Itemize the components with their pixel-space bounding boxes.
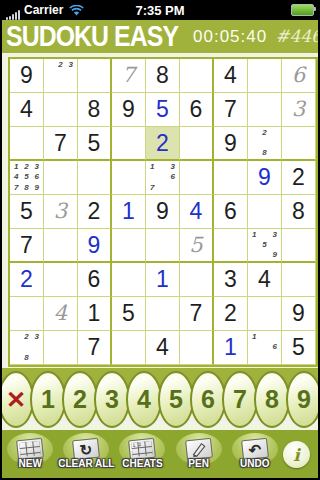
- clock-label: 7:35 PM: [2, 3, 318, 18]
- cell-value-cheat: 4: [54, 303, 67, 324]
- cell-r8c8[interactable]: [248, 297, 282, 331]
- cell-r3c1[interactable]: [10, 127, 44, 161]
- sudoku-board: 9237846489567375292812345678913679253219…: [8, 57, 318, 367]
- cell-r6c1[interactable]: 7: [10, 229, 44, 263]
- cell-r2c5[interactable]: 5: [146, 93, 180, 127]
- app-header: SUDOKU EASY 00:05:40 #446: [2, 20, 318, 54]
- cell-value-given: 5: [122, 302, 135, 325]
- cell-r2c1[interactable]: 4: [10, 93, 44, 127]
- cell-r6c7[interactable]: [214, 229, 248, 263]
- cell-value-given: 6: [224, 200, 237, 223]
- cell-r1c1[interactable]: 9: [10, 59, 44, 93]
- cell-r5c5[interactable]: 9: [146, 195, 180, 229]
- cell-value-given: 8: [88, 98, 101, 121]
- cell-value-given: 8: [292, 200, 305, 223]
- cell-r1c9[interactable]: 6: [282, 59, 316, 93]
- cell-r1c6[interactable]: [180, 59, 214, 93]
- info-button[interactable]: i: [283, 441, 310, 468]
- cell-r3c8[interactable]: 28: [248, 127, 282, 161]
- cell-r2c3[interactable]: 8: [78, 93, 112, 127]
- cell-r3c2[interactable]: 7: [44, 127, 78, 161]
- cell-r5c9[interactable]: 8: [282, 195, 316, 229]
- numpad-5-button[interactable]: 5: [158, 371, 194, 428]
- page-shape: 12: [128, 438, 156, 461]
- cell-r7c4[interactable]: [112, 263, 146, 297]
- cell-value-given: 9: [292, 302, 305, 325]
- cell-r5c7[interactable]: 6: [214, 195, 248, 229]
- cell-value-cheat: 3: [292, 99, 305, 120]
- undo-arrow-icon-glyph: ↶: [248, 441, 262, 457]
- cell-value-given: 7: [20, 234, 33, 257]
- cell-r9c2[interactable]: [44, 331, 78, 365]
- cell-value-cheat: 5: [189, 235, 202, 256]
- page-shape: ↶: [241, 438, 269, 461]
- cell-r8c7[interactable]: 2: [214, 297, 248, 331]
- cell-r8c5[interactable]: [146, 297, 180, 331]
- cell-value-user: 4: [190, 200, 203, 223]
- cell-r9c8[interactable]: 16: [248, 331, 282, 365]
- cell-r9c6[interactable]: [180, 331, 214, 365]
- tiny-digits: 12: [133, 441, 145, 448]
- cell-r3c5[interactable]: 2: [146, 127, 180, 161]
- board-area: 9237846489567375292812345678913679253219…: [2, 53, 318, 368]
- cell-value-given: 7: [54, 132, 67, 155]
- cell-value-given: 2: [88, 200, 101, 223]
- cell-r8c4[interactable]: 5: [112, 297, 146, 331]
- cell-value-given: 5: [292, 336, 305, 359]
- cell-r6c6[interactable]: 5: [180, 229, 214, 263]
- clear-all-icon-glyph: ↻: [79, 441, 93, 457]
- cell-r2c2[interactable]: [44, 93, 78, 127]
- pencil-marks: 123456789: [11, 162, 42, 193]
- pencil-marks: 23: [45, 60, 76, 91]
- cell-value-given: 7: [190, 302, 203, 325]
- cell-value-given: 7: [88, 336, 101, 359]
- numpad-2-button[interactable]: 2: [62, 371, 98, 428]
- undo-button[interactable]: ↶UNDO: [227, 433, 283, 469]
- cell-r4c5[interactable]: 1367: [146, 161, 180, 195]
- numpad-7-button[interactable]: 7: [222, 371, 258, 428]
- cell-r4c4[interactable]: [112, 161, 146, 195]
- cell-r7c1[interactable]: 2: [10, 263, 44, 297]
- new-button[interactable]: NEW: [2, 433, 58, 469]
- cell-r7c9[interactable]: [282, 263, 316, 297]
- cell-r8c2[interactable]: 4: [44, 297, 78, 331]
- cell-r9c9[interactable]: 5: [282, 331, 316, 365]
- cell-r2c7[interactable]: 7: [214, 93, 248, 127]
- cell-r4c7[interactable]: [214, 161, 248, 195]
- numpad-4-button[interactable]: 4: [126, 371, 162, 428]
- page-shape: [16, 438, 44, 461]
- cell-r1c3[interactable]: [78, 59, 112, 93]
- status-right: [291, 4, 314, 16]
- pencil-marks: 1359: [249, 230, 280, 260]
- cell-r7c8[interactable]: 4: [248, 263, 282, 297]
- bottom-toolbar: NEW↻CLEAR ALL12CHEATSPEN↶UNDO i: [2, 430, 318, 480]
- numpad-6-button[interactable]: 6: [190, 371, 226, 428]
- cell-r4c6[interactable]: [180, 161, 214, 195]
- cell-value-given: 3: [224, 268, 237, 291]
- mini-grid: [19, 441, 40, 457]
- cell-value-user: 2: [20, 268, 33, 291]
- pencil-marks: 1367: [147, 162, 178, 193]
- cell-r9c7[interactable]: 1: [214, 331, 248, 365]
- toolbar-button-label: CLEAR ALL: [58, 458, 114, 469]
- pen-button[interactable]: PEN: [171, 433, 227, 469]
- cell-value-given: 4: [156, 336, 169, 359]
- cell-value-given: 9: [156, 200, 169, 223]
- cell-r2c4[interactable]: 9: [112, 93, 146, 127]
- cell-value-cheat: 7: [122, 65, 135, 86]
- pencil-marks: 28: [249, 128, 280, 158]
- cell-r1c8[interactable]: [248, 59, 282, 93]
- cell-value-given: 5: [88, 132, 101, 155]
- cell-value-given: 1: [88, 302, 101, 325]
- cell-r9c3[interactable]: 7: [78, 331, 112, 365]
- pencil-marks: 16: [249, 332, 280, 363]
- cell-r8c9[interactable]: 9: [282, 297, 316, 331]
- cell-value-given: 9: [122, 98, 135, 121]
- cell-r3c6[interactable]: [180, 127, 214, 161]
- status-bar: Carrier 7:35 PM: [2, 0, 318, 20]
- cell-r1c2[interactable]: 23: [44, 59, 78, 93]
- cell-value-given: 8: [156, 64, 169, 87]
- numpad-erase-button[interactable]: ✕: [0, 371, 34, 428]
- cell-value-user: 2: [156, 132, 169, 155]
- cell-value-user: 1: [122, 200, 135, 223]
- cell-r6c8[interactable]: 1359: [248, 229, 282, 263]
- cell-r6c9[interactable]: [282, 229, 316, 263]
- cell-r6c5[interactable]: [146, 229, 180, 263]
- cell-value-given: 2: [224, 302, 237, 325]
- cell-r8c1[interactable]: [10, 297, 44, 331]
- pencil-glyph: [189, 440, 209, 458]
- cell-r4c8[interactable]: 9: [248, 161, 282, 195]
- cell-r7c2[interactable]: [44, 263, 78, 297]
- numpad-8-button[interactable]: 8: [254, 371, 290, 428]
- cell-r6c2[interactable]: [44, 229, 78, 263]
- cell-r9c4[interactable]: [112, 331, 146, 365]
- cell-r5c2[interactable]: 3: [44, 195, 78, 229]
- cell-r4c3[interactable]: [78, 161, 112, 195]
- cell-r8c6[interactable]: 7: [180, 297, 214, 331]
- cell-value-user: 9: [88, 234, 101, 257]
- cell-r9c1[interactable]: 238: [10, 331, 44, 365]
- toolbar-button-label: PEN: [188, 458, 209, 469]
- cell-r1c7[interactable]: 4: [214, 59, 248, 93]
- cell-value-given: 4: [258, 268, 271, 291]
- cell-value-cheat: 3: [54, 201, 67, 222]
- cell-r2c9[interactable]: 3: [282, 93, 316, 127]
- cell-value-given: 4: [20, 98, 33, 121]
- cell-r9c5[interactable]: 4: [146, 331, 180, 365]
- cell-r4c1[interactable]: 123456789: [10, 161, 44, 195]
- pencil-marks: 238: [11, 332, 42, 363]
- cell-value-given: 2: [292, 166, 305, 189]
- cell-r2c8[interactable]: [248, 93, 282, 127]
- cell-r1c4[interactable]: 7: [112, 59, 146, 93]
- toolbar-button-label: NEW: [18, 458, 41, 469]
- cell-r3c9[interactable]: [282, 127, 316, 161]
- cell-value-given: 9: [20, 64, 33, 87]
- cell-r5c3[interactable]: 2: [78, 195, 112, 229]
- cell-r3c7[interactable]: 9: [214, 127, 248, 161]
- cell-r3c3[interactable]: 5: [78, 127, 112, 161]
- page-shape: [185, 438, 213, 461]
- cell-r5c8[interactable]: [248, 195, 282, 229]
- cell-value-given: 7: [224, 98, 237, 121]
- cell-value-cheat: 6: [292, 65, 305, 86]
- cell-r6c3[interactable]: 9: [78, 229, 112, 263]
- cell-value-given: 5: [20, 200, 33, 223]
- battery-icon: [291, 4, 314, 16]
- cell-r8c3[interactable]: 1: [78, 297, 112, 331]
- cell-r1c5[interactable]: 8: [146, 59, 180, 93]
- cell-value-given: 6: [88, 268, 101, 291]
- cheats-button[interactable]: 12CHEATS: [114, 433, 170, 469]
- cell-r6c4[interactable]: [112, 229, 146, 263]
- sudoku-app-screen: Carrier 7:35 PM SUDOKU EASY 00:05:40 #44…: [0, 0, 320, 480]
- cell-r7c3[interactable]: 6: [78, 263, 112, 297]
- cell-value-user: 1: [156, 268, 169, 291]
- cell-r7c5[interactable]: 1: [146, 263, 180, 297]
- app-title: SUDOKU EASY: [6, 19, 178, 54]
- cell-r7c7[interactable]: 3: [214, 263, 248, 297]
- toolbar-buttons: NEW↻CLEAR ALL12CHEATSPEN↶UNDO: [2, 430, 283, 469]
- number-pad: ✕123456789: [2, 371, 318, 429]
- cell-value-given: 6: [190, 98, 203, 121]
- cell-value-given: 4: [224, 64, 237, 87]
- cell-value-user: 9: [258, 166, 271, 189]
- toolbar-button-label: UNDO: [240, 458, 269, 469]
- numpad-1-button[interactable]: 1: [30, 371, 66, 428]
- cell-r4c9[interactable]: 2: [282, 161, 316, 195]
- game-timer: 00:05:40: [193, 27, 267, 47]
- cell-value-given: 9: [224, 132, 237, 155]
- toolbar-button-label: CHEATS: [122, 458, 162, 469]
- cell-r7c6[interactable]: [180, 263, 214, 297]
- cell-r3c4[interactable]: [112, 127, 146, 161]
- page-shape: ↻: [72, 438, 100, 461]
- cell-r5c1[interactable]: 5: [10, 195, 44, 229]
- numpad-3-button[interactable]: 3: [94, 371, 130, 428]
- numpad-9-button[interactable]: 9: [286, 371, 320, 428]
- cell-r2c6[interactable]: 6: [180, 93, 214, 127]
- puzzle-number: #446: [275, 26, 320, 46]
- clear-all-button[interactable]: ↻CLEAR ALL: [58, 433, 114, 469]
- cell-r5c6[interactable]: 4: [180, 195, 214, 229]
- cell-value-user: 1: [224, 336, 237, 359]
- cell-value-user: 5: [156, 98, 169, 121]
- header-right: 00:05:40 #446: [193, 26, 320, 47]
- cell-r5c4[interactable]: 1: [112, 195, 146, 229]
- cell-r4c2[interactable]: [44, 161, 78, 195]
